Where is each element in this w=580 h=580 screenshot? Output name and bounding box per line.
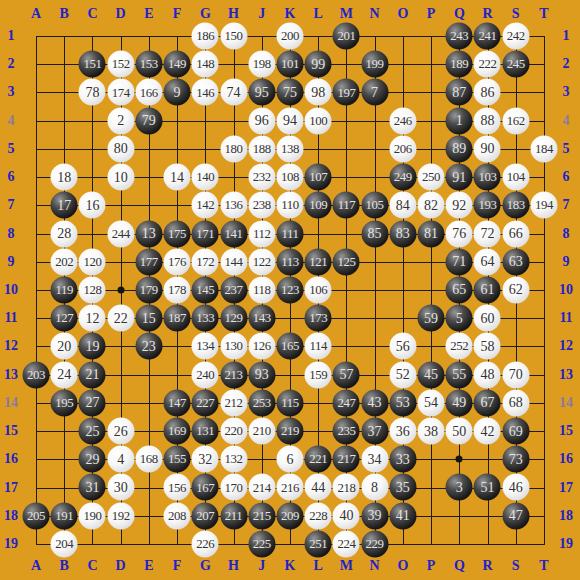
intersection-S4[interactable]: 162 (502, 107, 530, 135)
intersection-F14[interactable]: 147 (163, 389, 191, 417)
intersection-H17[interactable]: 170 (219, 473, 247, 501)
intersection-J10[interactable]: 118 (248, 276, 276, 304)
intersection-R17[interactable]: 51 (473, 473, 501, 501)
intersection-J2[interactable]: 198 (248, 50, 276, 78)
intersection-L1[interactable] (304, 22, 332, 50)
intersection-P12[interactable] (417, 332, 445, 360)
intersection-S8[interactable]: 66 (502, 219, 530, 247)
intersection-S14[interactable]: 68 (502, 389, 530, 417)
intersection-C4[interactable] (78, 107, 106, 135)
intersection-R15[interactable]: 42 (473, 417, 501, 445)
intersection-P13[interactable]: 45 (417, 361, 445, 389)
intersection-E18[interactable] (135, 502, 163, 530)
intersection-K15[interactable]: 219 (276, 417, 304, 445)
intersection-F17[interactable]: 156 (163, 473, 191, 501)
intersection-B10[interactable]: 119 (50, 276, 78, 304)
intersection-O10[interactable] (389, 276, 417, 304)
intersection-E10[interactable]: 179 (135, 276, 163, 304)
intersection-J14[interactable]: 253 (248, 389, 276, 417)
intersection-D8[interactable]: 244 (107, 219, 135, 247)
intersection-E19[interactable] (135, 530, 163, 558)
intersection-C2[interactable]: 151 (78, 50, 106, 78)
intersection-D1[interactable] (107, 22, 135, 50)
intersection-O12[interactable]: 56 (389, 332, 417, 360)
intersection-S10[interactable]: 62 (502, 276, 530, 304)
intersection-F1[interactable] (163, 22, 191, 50)
intersection-E15[interactable] (135, 417, 163, 445)
intersection-J5[interactable]: 188 (248, 135, 276, 163)
intersection-R12[interactable]: 58 (473, 332, 501, 360)
intersection-J9[interactable]: 122 (248, 248, 276, 276)
intersection-A19[interactable] (22, 530, 50, 558)
intersection-P4[interactable] (417, 107, 445, 135)
intersection-N19[interactable]: 229 (361, 530, 389, 558)
intersection-Q14[interactable]: 49 (445, 389, 473, 417)
intersection-B14[interactable]: 195 (50, 389, 78, 417)
intersection-G6[interactable]: 140 (191, 163, 219, 191)
intersection-S15[interactable]: 69 (502, 417, 530, 445)
intersection-J17[interactable]: 214 (248, 473, 276, 501)
intersection-L7[interactable]: 109 (304, 191, 332, 219)
intersection-C1[interactable] (78, 22, 106, 50)
intersection-H12[interactable]: 130 (219, 332, 247, 360)
intersection-H3[interactable]: 74 (219, 78, 247, 106)
intersection-J12[interactable]: 126 (248, 332, 276, 360)
intersection-S11[interactable] (502, 304, 530, 332)
intersection-K10[interactable]: 123 (276, 276, 304, 304)
intersection-H1[interactable]: 150 (219, 22, 247, 50)
intersection-C17[interactable]: 31 (78, 473, 106, 501)
intersection-H11[interactable]: 129 (219, 304, 247, 332)
intersection-S16[interactable]: 73 (502, 445, 530, 473)
intersection-G17[interactable]: 167 (191, 473, 219, 501)
intersection-D4[interactable]: 2 (107, 107, 135, 135)
intersection-R16[interactable] (473, 445, 501, 473)
intersection-Q18[interactable] (445, 502, 473, 530)
intersection-G11[interactable]: 133 (191, 304, 219, 332)
intersection-S3[interactable] (502, 78, 530, 106)
intersection-D6[interactable]: 10 (107, 163, 135, 191)
intersection-E13[interactable] (135, 361, 163, 389)
intersection-C12[interactable]: 19 (78, 332, 106, 360)
intersection-E9[interactable]: 177 (135, 248, 163, 276)
intersection-E17[interactable] (135, 473, 163, 501)
intersection-E2[interactable]: 153 (135, 50, 163, 78)
intersection-P19[interactable] (417, 530, 445, 558)
intersection-E16[interactable]: 168 (135, 445, 163, 473)
intersection-F12[interactable] (163, 332, 191, 360)
intersection-L19[interactable]: 251 (304, 530, 332, 558)
intersection-N1[interactable] (361, 22, 389, 50)
intersection-L17[interactable]: 44 (304, 473, 332, 501)
intersection-A13[interactable]: 203 (22, 361, 50, 389)
intersection-O6[interactable]: 249 (389, 163, 417, 191)
intersection-K17[interactable]: 216 (276, 473, 304, 501)
intersection-F2[interactable]: 149 (163, 50, 191, 78)
intersection-N4[interactable] (361, 107, 389, 135)
intersection-D13[interactable] (107, 361, 135, 389)
intersection-R4[interactable]: 88 (473, 107, 501, 135)
intersection-R8[interactable]: 72 (473, 219, 501, 247)
intersection-A4[interactable] (22, 107, 50, 135)
intersection-O19[interactable] (389, 530, 417, 558)
intersection-A1[interactable] (22, 22, 50, 50)
intersection-N13[interactable] (361, 361, 389, 389)
intersection-M4[interactable] (332, 107, 360, 135)
intersection-N3[interactable]: 7 (361, 78, 389, 106)
intersection-F15[interactable]: 169 (163, 417, 191, 445)
intersection-N15[interactable]: 37 (361, 417, 389, 445)
intersection-A18[interactable]: 205 (22, 502, 50, 530)
intersection-A17[interactable] (22, 473, 50, 501)
intersection-A9[interactable] (22, 248, 50, 276)
intersection-P1[interactable] (417, 22, 445, 50)
intersection-Q9[interactable]: 71 (445, 248, 473, 276)
intersection-R19[interactable] (473, 530, 501, 558)
intersection-B2[interactable] (50, 50, 78, 78)
intersection-C5[interactable] (78, 135, 106, 163)
intersection-C8[interactable] (78, 219, 106, 247)
intersection-M12[interactable] (332, 332, 360, 360)
intersection-S5[interactable] (502, 135, 530, 163)
intersection-K13[interactable] (276, 361, 304, 389)
intersection-R13[interactable]: 48 (473, 361, 501, 389)
intersection-H14[interactable]: 212 (219, 389, 247, 417)
intersection-M18[interactable]: 40 (332, 502, 360, 530)
intersection-N18[interactable]: 39 (361, 502, 389, 530)
intersection-E14[interactable] (135, 389, 163, 417)
intersection-B6[interactable]: 18 (50, 163, 78, 191)
intersection-M16[interactable]: 217 (332, 445, 360, 473)
intersection-N11[interactable] (361, 304, 389, 332)
intersection-N8[interactable]: 85 (361, 219, 389, 247)
intersection-J1[interactable] (248, 22, 276, 50)
intersection-J18[interactable]: 215 (248, 502, 276, 530)
intersection-F7[interactable] (163, 191, 191, 219)
intersection-M17[interactable]: 218 (332, 473, 360, 501)
intersection-C9[interactable]: 120 (78, 248, 106, 276)
intersection-P15[interactable]: 38 (417, 417, 445, 445)
intersection-H4[interactable] (219, 107, 247, 135)
intersection-A5[interactable] (22, 135, 50, 163)
intersection-G16[interactable]: 32 (191, 445, 219, 473)
intersection-B3[interactable] (50, 78, 78, 106)
intersection-R2[interactable]: 222 (473, 50, 501, 78)
intersection-G14[interactable]: 227 (191, 389, 219, 417)
intersection-H13[interactable]: 213 (219, 361, 247, 389)
intersection-R18[interactable] (473, 502, 501, 530)
intersection-C14[interactable]: 27 (78, 389, 106, 417)
intersection-P17[interactable] (417, 473, 445, 501)
intersection-F10[interactable]: 178 (163, 276, 191, 304)
intersection-H16[interactable]: 132 (219, 445, 247, 473)
intersection-R5[interactable]: 90 (473, 135, 501, 163)
intersection-N9[interactable] (361, 248, 389, 276)
intersection-G18[interactable]: 207 (191, 502, 219, 530)
intersection-Q17[interactable]: 3 (445, 473, 473, 501)
intersection-L3[interactable]: 98 (304, 78, 332, 106)
intersection-O3[interactable] (389, 78, 417, 106)
intersection-J7[interactable]: 238 (248, 191, 276, 219)
intersection-A6[interactable] (22, 163, 50, 191)
intersection-B11[interactable]: 127 (50, 304, 78, 332)
intersection-K19[interactable] (276, 530, 304, 558)
intersection-L14[interactable] (304, 389, 332, 417)
intersection-M7[interactable]: 117 (332, 191, 360, 219)
intersection-G9[interactable]: 172 (191, 248, 219, 276)
intersection-Q7[interactable]: 92 (445, 191, 473, 219)
intersection-S12[interactable] (502, 332, 530, 360)
intersection-K14[interactable]: 115 (276, 389, 304, 417)
intersection-Q10[interactable]: 65 (445, 276, 473, 304)
intersection-J19[interactable]: 225 (248, 530, 276, 558)
intersection-Q11[interactable]: 5 (445, 304, 473, 332)
intersection-K12[interactable]: 165 (276, 332, 304, 360)
intersection-G8[interactable]: 171 (191, 219, 219, 247)
intersection-G3[interactable]: 146 (191, 78, 219, 106)
intersection-P7[interactable]: 82 (417, 191, 445, 219)
intersection-L9[interactable]: 121 (304, 248, 332, 276)
intersection-E3[interactable]: 166 (135, 78, 163, 106)
intersection-H15[interactable]: 220 (219, 417, 247, 445)
intersection-O8[interactable]: 83 (389, 219, 417, 247)
intersection-F5[interactable] (163, 135, 191, 163)
intersection-L5[interactable] (304, 135, 332, 163)
intersection-F13[interactable] (163, 361, 191, 389)
intersection-P10[interactable] (417, 276, 445, 304)
intersection-P9[interactable] (417, 248, 445, 276)
intersection-G1[interactable]: 186 (191, 22, 219, 50)
intersection-N12[interactable] (361, 332, 389, 360)
intersection-M14[interactable]: 247 (332, 389, 360, 417)
intersection-N17[interactable]: 8 (361, 473, 389, 501)
intersection-D2[interactable]: 152 (107, 50, 135, 78)
intersection-H9[interactable]: 144 (219, 248, 247, 276)
intersection-L2[interactable]: 99 (304, 50, 332, 78)
intersection-F4[interactable] (163, 107, 191, 135)
intersection-Q15[interactable]: 50 (445, 417, 473, 445)
intersection-D3[interactable]: 174 (107, 78, 135, 106)
intersection-D12[interactable] (107, 332, 135, 360)
intersection-C13[interactable]: 21 (78, 361, 106, 389)
intersection-O14[interactable]: 53 (389, 389, 417, 417)
intersection-D9[interactable] (107, 248, 135, 276)
intersection-H2[interactable] (219, 50, 247, 78)
intersection-M9[interactable]: 125 (332, 248, 360, 276)
intersection-M2[interactable] (332, 50, 360, 78)
intersection-S18[interactable]: 47 (502, 502, 530, 530)
intersection-O1[interactable] (389, 22, 417, 50)
intersection-D19[interactable] (107, 530, 135, 558)
intersection-B16[interactable] (50, 445, 78, 473)
intersection-H5[interactable]: 180 (219, 135, 247, 163)
intersection-B9[interactable]: 202 (50, 248, 78, 276)
intersection-Q16[interactable] (445, 445, 473, 473)
intersection-B1[interactable] (50, 22, 78, 50)
intersection-G7[interactable]: 142 (191, 191, 219, 219)
intersection-G2[interactable]: 148 (191, 50, 219, 78)
intersection-L10[interactable]: 106 (304, 276, 332, 304)
intersection-L12[interactable]: 114 (304, 332, 332, 360)
intersection-P5[interactable] (417, 135, 445, 163)
intersection-G15[interactable]: 131 (191, 417, 219, 445)
intersection-K11[interactable] (276, 304, 304, 332)
intersection-N2[interactable]: 199 (361, 50, 389, 78)
intersection-O11[interactable] (389, 304, 417, 332)
intersection-C6[interactable] (78, 163, 106, 191)
intersection-C10[interactable]: 128 (78, 276, 106, 304)
intersection-K8[interactable]: 111 (276, 219, 304, 247)
intersection-M6[interactable] (332, 163, 360, 191)
intersection-R6[interactable]: 103 (473, 163, 501, 191)
intersection-A7[interactable] (22, 191, 50, 219)
intersection-A10[interactable] (22, 276, 50, 304)
intersection-S6[interactable]: 104 (502, 163, 530, 191)
intersection-P16[interactable] (417, 445, 445, 473)
intersection-K16[interactable]: 6 (276, 445, 304, 473)
intersection-B12[interactable]: 20 (50, 332, 78, 360)
intersection-K6[interactable]: 108 (276, 163, 304, 191)
intersection-R11[interactable]: 60 (473, 304, 501, 332)
intersection-S19[interactable] (502, 530, 530, 558)
intersection-R3[interactable]: 86 (473, 78, 501, 106)
intersection-H6[interactable] (219, 163, 247, 191)
intersection-D18[interactable]: 192 (107, 502, 135, 530)
intersection-E4[interactable]: 79 (135, 107, 163, 135)
intersection-E6[interactable] (135, 163, 163, 191)
intersection-J15[interactable]: 210 (248, 417, 276, 445)
intersection-B18[interactable]: 191 (50, 502, 78, 530)
intersection-C7[interactable]: 16 (78, 191, 106, 219)
intersection-F18[interactable]: 208 (163, 502, 191, 530)
intersection-R7[interactable]: 193 (473, 191, 501, 219)
intersection-O18[interactable]: 41 (389, 502, 417, 530)
intersection-B8[interactable]: 28 (50, 219, 78, 247)
intersection-O16[interactable]: 33 (389, 445, 417, 473)
intersection-E12[interactable]: 23 (135, 332, 163, 360)
intersection-L15[interactable] (304, 417, 332, 445)
intersection-O4[interactable]: 246 (389, 107, 417, 135)
intersection-N14[interactable]: 43 (361, 389, 389, 417)
intersection-Q5[interactable]: 89 (445, 135, 473, 163)
intersection-Q4[interactable]: 1 (445, 107, 473, 135)
intersection-S17[interactable]: 46 (502, 473, 530, 501)
intersection-B17[interactable] (50, 473, 78, 501)
intersection-B7[interactable]: 17 (50, 191, 78, 219)
intersection-D11[interactable]: 22 (107, 304, 135, 332)
intersection-L8[interactable] (304, 219, 332, 247)
intersection-O17[interactable]: 35 (389, 473, 417, 501)
intersection-B5[interactable] (50, 135, 78, 163)
intersection-H8[interactable]: 141 (219, 219, 247, 247)
intersection-R9[interactable]: 64 (473, 248, 501, 276)
intersection-P6[interactable]: 250 (417, 163, 445, 191)
intersection-K1[interactable]: 200 (276, 22, 304, 50)
intersection-E1[interactable] (135, 22, 163, 50)
intersection-Q13[interactable]: 55 (445, 361, 473, 389)
intersection-F16[interactable]: 155 (163, 445, 191, 473)
intersection-G4[interactable] (191, 107, 219, 135)
intersection-F3[interactable]: 9 (163, 78, 191, 106)
intersection-K3[interactable]: 75 (276, 78, 304, 106)
intersection-G19[interactable]: 226 (191, 530, 219, 558)
intersection-C18[interactable]: 190 (78, 502, 106, 530)
intersection-Q3[interactable]: 87 (445, 78, 473, 106)
intersection-C3[interactable]: 78 (78, 78, 106, 106)
intersection-J6[interactable]: 232 (248, 163, 276, 191)
intersection-H19[interactable] (219, 530, 247, 558)
intersection-D14[interactable] (107, 389, 135, 417)
intersection-F9[interactable]: 176 (163, 248, 191, 276)
intersection-G10[interactable]: 145 (191, 276, 219, 304)
intersection-M10[interactable] (332, 276, 360, 304)
intersection-A15[interactable] (22, 417, 50, 445)
intersection-J4[interactable]: 96 (248, 107, 276, 135)
intersection-A11[interactable] (22, 304, 50, 332)
intersection-O7[interactable]: 84 (389, 191, 417, 219)
intersection-Q2[interactable]: 189 (445, 50, 473, 78)
intersection-M5[interactable] (332, 135, 360, 163)
intersection-F11[interactable]: 187 (163, 304, 191, 332)
intersection-B4[interactable] (50, 107, 78, 135)
intersection-J8[interactable]: 112 (248, 219, 276, 247)
intersection-M13[interactable]: 57 (332, 361, 360, 389)
intersection-E11[interactable]: 15 (135, 304, 163, 332)
intersection-O2[interactable] (389, 50, 417, 78)
intersection-D16[interactable]: 4 (107, 445, 135, 473)
intersection-K7[interactable]: 110 (276, 191, 304, 219)
intersection-P8[interactable]: 81 (417, 219, 445, 247)
intersection-H7[interactable]: 136 (219, 191, 247, 219)
intersection-C15[interactable]: 25 (78, 417, 106, 445)
intersection-S13[interactable]: 70 (502, 361, 530, 389)
intersection-Q12[interactable]: 252 (445, 332, 473, 360)
intersection-P2[interactable] (417, 50, 445, 78)
intersection-N16[interactable]: 34 (361, 445, 389, 473)
intersection-M8[interactable] (332, 219, 360, 247)
intersection-Q1[interactable]: 243 (445, 22, 473, 50)
intersection-D17[interactable]: 30 (107, 473, 135, 501)
intersection-S2[interactable]: 245 (502, 50, 530, 78)
intersection-E7[interactable] (135, 191, 163, 219)
intersection-B13[interactable]: 24 (50, 361, 78, 389)
intersection-S7[interactable]: 183 (502, 191, 530, 219)
intersection-D7[interactable] (107, 191, 135, 219)
intersection-Q6[interactable]: 91 (445, 163, 473, 191)
intersection-P18[interactable] (417, 502, 445, 530)
intersection-A8[interactable] (22, 219, 50, 247)
intersection-J11[interactable]: 143 (248, 304, 276, 332)
intersection-L6[interactable]: 107 (304, 163, 332, 191)
intersection-A14[interactable] (22, 389, 50, 417)
intersection-M11[interactable] (332, 304, 360, 332)
intersection-A3[interactable] (22, 78, 50, 106)
intersection-J13[interactable]: 93 (248, 361, 276, 389)
intersection-L4[interactable]: 100 (304, 107, 332, 135)
intersection-A16[interactable] (22, 445, 50, 473)
intersection-S9[interactable]: 63 (502, 248, 530, 276)
intersection-G12[interactable]: 134 (191, 332, 219, 360)
intersection-D5[interactable]: 80 (107, 135, 135, 163)
intersection-Q8[interactable]: 76 (445, 219, 473, 247)
intersection-B15[interactable] (50, 417, 78, 445)
intersection-K2[interactable]: 101 (276, 50, 304, 78)
intersection-K9[interactable]: 113 (276, 248, 304, 276)
intersection-M3[interactable]: 197 (332, 78, 360, 106)
intersection-C11[interactable]: 12 (78, 304, 106, 332)
intersection-L16[interactable]: 221 (304, 445, 332, 473)
intersection-N7[interactable]: 105 (361, 191, 389, 219)
